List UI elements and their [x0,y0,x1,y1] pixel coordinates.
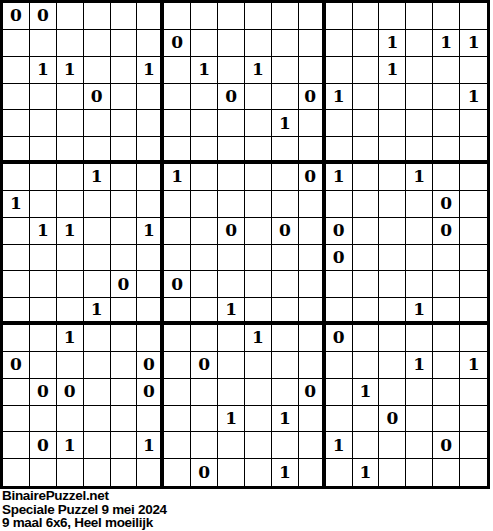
cell-r3c7[interactable] [164,57,191,84]
cell-r10c2[interactable] [30,245,57,272]
cell-r6c16[interactable] [406,137,433,164]
cell-r16c2[interactable] [30,406,57,433]
cell-r9c8[interactable] [191,218,218,245]
cell-r14c11[interactable] [272,352,299,379]
cell-r2c8[interactable] [191,30,218,57]
cell-r13c6[interactable] [137,325,164,352]
cell-r1c5[interactable] [111,3,138,30]
cell-r3c15[interactable]: 1 [379,57,406,84]
cell-r1c10[interactable] [245,3,272,30]
cell-r4c7[interactable] [164,84,191,111]
cell-r1c11[interactable] [272,3,299,30]
cell-r11c1[interactable] [3,271,30,298]
cell-r4c8[interactable] [191,84,218,111]
cell-r9c6[interactable]: 1 [137,218,164,245]
cell-r10c4[interactable] [84,245,111,272]
cell-r7c17[interactable] [433,164,460,191]
cell-r1c6[interactable] [137,3,164,30]
cell-r9c4[interactable] [84,218,111,245]
cell-r18c3[interactable] [57,459,84,486]
cell-r10c15[interactable] [379,245,406,272]
cell-r15c11[interactable] [272,379,299,406]
cell-r16c16[interactable] [406,406,433,433]
cell-r14c8[interactable]: 0 [191,352,218,379]
cell-r12c1[interactable] [3,298,30,325]
cell-r10c10[interactable] [245,245,272,272]
cell-r6c7[interactable] [164,137,191,164]
cell-r17c16[interactable] [406,432,433,459]
cell-r14c17[interactable] [433,352,460,379]
cell-r7c16[interactable]: 1 [406,164,433,191]
cell-r15c10[interactable] [245,379,272,406]
cell-r2c12[interactable] [299,30,326,57]
cell-r18c5[interactable] [111,459,138,486]
cell-r6c18[interactable] [460,137,487,164]
cell-r4c2[interactable] [30,84,57,111]
cell-r4c6[interactable] [137,84,164,111]
cell-r8c18[interactable] [460,191,487,218]
cell-r7c1[interactable] [3,164,30,191]
cell-r18c18[interactable] [460,459,487,486]
cell-r9c3[interactable]: 1 [57,218,84,245]
cell-r9c16[interactable] [406,218,433,245]
cell-r5c7[interactable] [164,110,191,137]
cell-r5c11[interactable]: 1 [272,110,299,137]
cell-r3c13[interactable] [326,57,353,84]
cell-r9c11[interactable]: 0 [272,218,299,245]
cell-r4c10[interactable] [245,84,272,111]
cell-r18c10[interactable] [245,459,272,486]
cell-r9c10[interactable] [245,218,272,245]
cell-r11c4[interactable] [84,271,111,298]
cell-r14c14[interactable] [353,352,380,379]
cell-r18c2[interactable] [30,459,57,486]
cell-r15c4[interactable] [84,379,111,406]
cell-r4c1[interactable] [3,84,30,111]
cell-r6c8[interactable] [191,137,218,164]
cell-r5c16[interactable] [406,110,433,137]
cell-r10c6[interactable] [137,245,164,272]
cell-r7c7[interactable]: 1 [164,164,191,191]
cell-r1c1[interactable]: 0 [3,3,30,30]
cell-r11c2[interactable] [30,271,57,298]
cell-r4c5[interactable] [111,84,138,111]
cell-r1c12[interactable] [299,3,326,30]
cell-r3c11[interactable] [272,57,299,84]
cell-r16c4[interactable] [84,406,111,433]
cell-r9c2[interactable]: 1 [30,218,57,245]
cell-r10c16[interactable] [406,245,433,272]
cell-r17c3[interactable]: 1 [57,432,84,459]
cell-r14c10[interactable] [245,352,272,379]
cell-r12c5[interactable] [111,298,138,325]
cell-r13c13[interactable]: 0 [326,325,353,352]
cell-r11c6[interactable] [137,271,164,298]
cell-r10c18[interactable] [460,245,487,272]
cell-r15c17[interactable] [433,379,460,406]
cell-r6c9[interactable] [218,137,245,164]
cell-r1c4[interactable] [84,3,111,30]
cell-r6c6[interactable] [137,137,164,164]
cell-r18c11[interactable]: 1 [272,459,299,486]
cell-r9c5[interactable] [111,218,138,245]
cell-r13c2[interactable] [30,325,57,352]
cell-r17c10[interactable] [245,432,272,459]
cell-r6c10[interactable] [245,137,272,164]
cell-r4c13[interactable]: 1 [326,84,353,111]
cell-r15c7[interactable] [164,379,191,406]
site-name[interactable]: BinairePuzzel.net [2,489,167,503]
cell-r17c2[interactable]: 0 [30,432,57,459]
cell-r16c10[interactable] [245,406,272,433]
cell-r15c5[interactable] [111,379,138,406]
cell-r1c15[interactable] [379,3,406,30]
cell-r5c10[interactable] [245,110,272,137]
cell-r5c12[interactable] [299,110,326,137]
cell-r7c2[interactable] [30,164,57,191]
cell-r15c12[interactable]: 0 [299,379,326,406]
cell-r1c7[interactable] [164,3,191,30]
cell-r11c17[interactable] [433,271,460,298]
cell-r6c1[interactable] [3,137,30,164]
cell-r15c2[interactable]: 0 [30,379,57,406]
cell-r12c18[interactable] [460,298,487,325]
cell-r3c9[interactable] [218,57,245,84]
cell-r16c13[interactable] [326,406,353,433]
cell-r8c8[interactable] [191,191,218,218]
cell-r7c10[interactable] [245,164,272,191]
cell-r17c8[interactable] [191,432,218,459]
cell-r10c5[interactable] [111,245,138,272]
cell-r8c14[interactable] [353,191,380,218]
cell-r8c13[interactable] [326,191,353,218]
cell-r8c15[interactable] [379,191,406,218]
cell-r18c6[interactable] [137,459,164,486]
cell-r5c2[interactable] [30,110,57,137]
cell-r11c11[interactable] [272,271,299,298]
cell-r13c11[interactable] [272,325,299,352]
cell-r6c13[interactable] [326,137,353,164]
cell-r3c1[interactable] [3,57,30,84]
cell-r16c11[interactable]: 1 [272,406,299,433]
cell-r13c8[interactable] [191,325,218,352]
cell-r12c12[interactable] [299,298,326,325]
cell-r7c12[interactable]: 0 [299,164,326,191]
cell-r1c8[interactable] [191,3,218,30]
cell-r5c18[interactable] [460,110,487,137]
cell-r6c3[interactable] [57,137,84,164]
cell-r11c12[interactable] [299,271,326,298]
cell-r8c12[interactable] [299,191,326,218]
cell-r2c17[interactable]: 1 [433,30,460,57]
cell-r7c13[interactable]: 1 [326,164,353,191]
cell-r13c15[interactable] [379,325,406,352]
cell-r7c15[interactable] [379,164,406,191]
cell-r10c14[interactable] [353,245,380,272]
cell-r14c12[interactable] [299,352,326,379]
cell-r1c3[interactable] [57,3,84,30]
cell-r6c17[interactable] [433,137,460,164]
cell-r2c18[interactable]: 1 [460,30,487,57]
cell-r8c9[interactable] [218,191,245,218]
cell-r1c18[interactable] [460,3,487,30]
cell-r17c17[interactable]: 0 [433,432,460,459]
cell-r11c15[interactable] [379,271,406,298]
cell-r14c13[interactable] [326,352,353,379]
cell-r8c16[interactable] [406,191,433,218]
cell-r7c3[interactable] [57,164,84,191]
cell-r12c10[interactable] [245,298,272,325]
cell-r2c4[interactable] [84,30,111,57]
cell-r18c16[interactable] [406,459,433,486]
cell-r14c4[interactable] [84,352,111,379]
cell-r9c9[interactable]: 0 [218,218,245,245]
cell-r2c14[interactable] [353,30,380,57]
cell-r15c6[interactable]: 0 [137,379,164,406]
cell-r9c15[interactable] [379,218,406,245]
cell-r10c1[interactable] [3,245,30,272]
cell-r2c2[interactable] [30,30,57,57]
cell-r12c9[interactable]: 1 [218,298,245,325]
cell-r11c10[interactable] [245,271,272,298]
cell-r1c17[interactable] [433,3,460,30]
cell-r13c14[interactable] [353,325,380,352]
cell-r18c4[interactable] [84,459,111,486]
cell-r11c16[interactable] [406,271,433,298]
cell-r14c9[interactable] [218,352,245,379]
cell-r17c14[interactable] [353,432,380,459]
cell-r2c1[interactable] [3,30,30,57]
cell-r12c7[interactable] [164,298,191,325]
cell-r10c17[interactable] [433,245,460,272]
cell-r5c9[interactable] [218,110,245,137]
cell-r3c3[interactable]: 1 [57,57,84,84]
cell-r16c5[interactable] [111,406,138,433]
cell-r11c5[interactable]: 0 [111,271,138,298]
cell-r16c3[interactable] [57,406,84,433]
cell-r14c5[interactable] [111,352,138,379]
cell-r4c15[interactable] [379,84,406,111]
cell-r8c6[interactable] [137,191,164,218]
cell-r12c14[interactable] [353,298,380,325]
cell-r5c1[interactable] [3,110,30,137]
cell-r17c7[interactable] [164,432,191,459]
cell-r12c16[interactable]: 1 [406,298,433,325]
cell-r12c3[interactable] [57,298,84,325]
cell-r4c16[interactable] [406,84,433,111]
cell-r4c11[interactable] [272,84,299,111]
cell-r13c1[interactable] [3,325,30,352]
cell-r3c18[interactable] [460,57,487,84]
cell-r12c6[interactable] [137,298,164,325]
cell-r18c1[interactable] [3,459,30,486]
cell-r8c1[interactable]: 1 [3,191,30,218]
cell-r13c10[interactable]: 1 [245,325,272,352]
cell-r13c9[interactable] [218,325,245,352]
cell-r17c9[interactable] [218,432,245,459]
cell-r3c6[interactable]: 1 [137,57,164,84]
cell-r15c15[interactable] [379,379,406,406]
cell-r2c11[interactable] [272,30,299,57]
cell-r14c15[interactable] [379,352,406,379]
cell-r2c10[interactable] [245,30,272,57]
cell-r3c16[interactable] [406,57,433,84]
cell-r15c8[interactable] [191,379,218,406]
cell-r18c8[interactable]: 0 [191,459,218,486]
cell-r3c4[interactable] [84,57,111,84]
cell-r12c15[interactable] [379,298,406,325]
cell-r15c16[interactable] [406,379,433,406]
cell-r18c9[interactable] [218,459,245,486]
cell-r4c14[interactable] [353,84,380,111]
cell-r9c1[interactable] [3,218,30,245]
cell-r7c6[interactable] [137,164,164,191]
cell-r13c18[interactable] [460,325,487,352]
cell-r9c18[interactable] [460,218,487,245]
cell-r17c11[interactable] [272,432,299,459]
cell-r6c5[interactable] [111,137,138,164]
cell-r16c15[interactable]: 0 [379,406,406,433]
cell-r2c13[interactable] [326,30,353,57]
cell-r16c6[interactable] [137,406,164,433]
cell-r6c2[interactable] [30,137,57,164]
cell-r17c18[interactable] [460,432,487,459]
cell-r16c14[interactable] [353,406,380,433]
cell-r2c6[interactable] [137,30,164,57]
cell-r10c7[interactable] [164,245,191,272]
cell-r8c4[interactable] [84,191,111,218]
cell-r8c5[interactable] [111,191,138,218]
cell-r8c7[interactable] [164,191,191,218]
cell-r7c11[interactable] [272,164,299,191]
cell-r9c14[interactable] [353,218,380,245]
cell-r14c6[interactable]: 0 [137,352,164,379]
cell-r2c7[interactable]: 0 [164,30,191,57]
cell-r5c17[interactable] [433,110,460,137]
cell-r1c9[interactable] [218,3,245,30]
cell-r11c3[interactable] [57,271,84,298]
cell-r2c16[interactable] [406,30,433,57]
cell-r18c7[interactable] [164,459,191,486]
cell-r13c17[interactable] [433,325,460,352]
cell-r18c13[interactable] [326,459,353,486]
cell-r14c16[interactable]: 1 [406,352,433,379]
cell-r10c12[interactable] [299,245,326,272]
cell-r16c9[interactable]: 1 [218,406,245,433]
cell-r8c3[interactable] [57,191,84,218]
cell-r13c5[interactable] [111,325,138,352]
cell-r1c2[interactable]: 0 [30,3,57,30]
cell-r5c14[interactable] [353,110,380,137]
cell-r4c9[interactable]: 0 [218,84,245,111]
cell-r2c5[interactable] [111,30,138,57]
cell-r12c11[interactable] [272,298,299,325]
cell-r11c13[interactable] [326,271,353,298]
cell-r3c10[interactable]: 1 [245,57,272,84]
cell-r11c7[interactable]: 0 [164,271,191,298]
cell-r15c14[interactable]: 1 [353,379,380,406]
cell-r13c16[interactable] [406,325,433,352]
cell-r6c11[interactable] [272,137,299,164]
cell-r13c3[interactable]: 1 [57,325,84,352]
cell-r2c3[interactable] [57,30,84,57]
cell-r5c3[interactable] [57,110,84,137]
cell-r1c16[interactable] [406,3,433,30]
cell-r6c14[interactable] [353,137,380,164]
cell-r10c8[interactable] [191,245,218,272]
cell-r8c17[interactable]: 0 [433,191,460,218]
cell-r3c12[interactable] [299,57,326,84]
cell-r7c4[interactable]: 1 [84,164,111,191]
cell-r5c13[interactable] [326,110,353,137]
cell-r14c1[interactable]: 0 [3,352,30,379]
cell-r12c13[interactable] [326,298,353,325]
cell-r17c4[interactable] [84,432,111,459]
cell-r14c3[interactable] [57,352,84,379]
cell-r16c18[interactable] [460,406,487,433]
cell-r10c11[interactable] [272,245,299,272]
cell-r7c9[interactable] [218,164,245,191]
cell-r7c8[interactable] [191,164,218,191]
cell-r4c17[interactable] [433,84,460,111]
cell-r18c17[interactable] [433,459,460,486]
cell-r12c8[interactable] [191,298,218,325]
cell-r15c18[interactable] [460,379,487,406]
cell-r18c14[interactable]: 1 [353,459,380,486]
cell-r3c2[interactable]: 1 [30,57,57,84]
cell-r4c18[interactable]: 1 [460,84,487,111]
cell-r4c12[interactable]: 0 [299,84,326,111]
cell-r13c12[interactable] [299,325,326,352]
cell-r15c13[interactable] [326,379,353,406]
cell-r11c18[interactable] [460,271,487,298]
cell-r18c12[interactable] [299,459,326,486]
cell-r6c12[interactable] [299,137,326,164]
cell-r9c17[interactable]: 0 [433,218,460,245]
cell-r8c10[interactable] [245,191,272,218]
cell-r2c9[interactable] [218,30,245,57]
cell-r12c4[interactable]: 1 [84,298,111,325]
cell-r3c8[interactable]: 1 [191,57,218,84]
cell-r4c4[interactable]: 0 [84,84,111,111]
cell-r14c2[interactable] [30,352,57,379]
cell-r17c6[interactable]: 1 [137,432,164,459]
cell-r11c8[interactable] [191,271,218,298]
cell-r3c14[interactable] [353,57,380,84]
cell-r14c18[interactable]: 1 [460,352,487,379]
cell-r15c9[interactable] [218,379,245,406]
cell-r6c15[interactable] [379,137,406,164]
cell-r9c13[interactable]: 0 [326,218,353,245]
cell-r5c15[interactable] [379,110,406,137]
cell-r17c15[interactable] [379,432,406,459]
cell-r7c18[interactable] [460,164,487,191]
cell-r12c17[interactable] [433,298,460,325]
cell-r17c1[interactable] [3,432,30,459]
cell-r10c9[interactable] [218,245,245,272]
cell-r15c3[interactable]: 0 [57,379,84,406]
cell-r17c13[interactable]: 1 [326,432,353,459]
cell-r3c17[interactable] [433,57,460,84]
cell-r11c14[interactable] [353,271,380,298]
cell-r13c4[interactable] [84,325,111,352]
cell-r4c3[interactable] [57,84,84,111]
cell-r7c5[interactable] [111,164,138,191]
cell-r5c8[interactable] [191,110,218,137]
cell-r8c11[interactable] [272,191,299,218]
cell-r18c15[interactable] [379,459,406,486]
cell-r14c7[interactable] [164,352,191,379]
